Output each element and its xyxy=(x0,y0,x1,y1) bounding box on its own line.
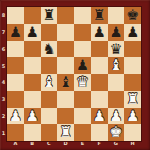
square-b6[interactable] xyxy=(24,41,41,58)
black-pawn-icon[interactable]: ♟ xyxy=(93,24,106,39)
square-c3[interactable] xyxy=(41,91,58,108)
board-grid: ♜♜♚♟♟♟♟♟♞♛♟♝♝♝♛♜♟♟♟♟♟♜♚ xyxy=(7,7,141,141)
square-e2[interactable] xyxy=(74,108,91,125)
square-e8[interactable] xyxy=(74,7,91,24)
square-f6[interactable] xyxy=(91,41,108,58)
square-b7[interactable]: ♟ xyxy=(24,24,41,41)
square-d3[interactable] xyxy=(57,91,74,108)
file-label-b: B xyxy=(24,140,41,150)
square-h2[interactable]: ♟ xyxy=(124,108,141,125)
square-c1[interactable] xyxy=(41,124,58,141)
square-h6[interactable] xyxy=(124,41,141,58)
file-label-h: H xyxy=(124,140,141,150)
square-f1[interactable] xyxy=(91,124,108,141)
black-pawn-icon[interactable]: ♟ xyxy=(26,24,39,39)
square-e7[interactable] xyxy=(74,24,91,41)
rank-label-4: 4 xyxy=(0,74,7,91)
black-pawn-icon[interactable]: ♟ xyxy=(109,24,122,39)
black-queen-icon[interactable]: ♛ xyxy=(109,41,122,56)
rank-label-3: 3 xyxy=(0,91,7,108)
square-a7[interactable]: ♟ xyxy=(7,24,24,41)
square-h3[interactable]: ♜ xyxy=(124,91,141,108)
black-pawn-icon[interactable]: ♟ xyxy=(76,58,89,73)
square-c8[interactable]: ♜ xyxy=(41,7,58,24)
square-f2[interactable]: ♟ xyxy=(91,108,108,125)
square-c5[interactable] xyxy=(41,57,58,74)
square-b3[interactable] xyxy=(24,91,41,108)
white-rook-icon[interactable]: ♜ xyxy=(59,125,72,140)
file-label-e: E xyxy=(74,140,91,150)
square-c2[interactable] xyxy=(41,108,58,125)
white-king-icon[interactable]: ♚ xyxy=(109,125,122,140)
square-c4[interactable]: ♝ xyxy=(41,74,58,91)
square-f5[interactable] xyxy=(91,57,108,74)
file-label-c: C xyxy=(41,140,58,150)
square-f8[interactable]: ♜ xyxy=(91,7,108,24)
square-f3[interactable] xyxy=(91,91,108,108)
square-e5[interactable]: ♟ xyxy=(74,57,91,74)
square-a6[interactable] xyxy=(7,41,24,58)
white-bishop-icon[interactable]: ♝ xyxy=(109,58,122,73)
square-d5[interactable] xyxy=(57,57,74,74)
square-e6[interactable] xyxy=(74,41,91,58)
white-bishop-icon[interactable]: ♝ xyxy=(42,75,55,90)
black-rook-icon[interactable]: ♜ xyxy=(42,8,55,23)
square-b2[interactable]: ♟ xyxy=(24,108,41,125)
rank-labels: 87654321 xyxy=(0,7,7,141)
square-b1[interactable] xyxy=(24,124,41,141)
square-g5[interactable]: ♝ xyxy=(108,57,125,74)
square-h8[interactable]: ♚ xyxy=(124,7,141,24)
square-e4[interactable]: ♛ xyxy=(74,74,91,91)
square-a3[interactable] xyxy=(7,91,24,108)
square-h1[interactable] xyxy=(124,124,141,141)
black-king-icon[interactable]: ♚ xyxy=(126,8,139,23)
square-g8[interactable] xyxy=(108,7,125,24)
white-pawn-icon[interactable]: ♟ xyxy=(126,108,139,123)
square-g4[interactable] xyxy=(108,74,125,91)
square-a5[interactable] xyxy=(7,57,24,74)
square-d2[interactable] xyxy=(57,108,74,125)
square-b5[interactable] xyxy=(24,57,41,74)
rank-label-8: 8 xyxy=(0,7,7,24)
file-label-a: A xyxy=(7,140,24,150)
black-knight-icon[interactable]: ♞ xyxy=(42,41,55,56)
black-pawn-icon[interactable]: ♟ xyxy=(126,24,139,39)
square-c7[interactable] xyxy=(41,24,58,41)
square-f7[interactable]: ♟ xyxy=(91,24,108,41)
white-queen-icon[interactable]: ♛ xyxy=(76,75,89,90)
square-d8[interactable] xyxy=(57,7,74,24)
black-pawn-icon[interactable]: ♟ xyxy=(9,24,22,39)
square-e1[interactable] xyxy=(74,124,91,141)
square-d4[interactable]: ♝ xyxy=(57,74,74,91)
white-rook-icon[interactable]: ♜ xyxy=(126,91,139,106)
square-e3[interactable] xyxy=(74,91,91,108)
square-d1[interactable]: ♜ xyxy=(57,124,74,141)
rank-label-1: 1 xyxy=(0,124,7,141)
file-label-g: G xyxy=(108,140,125,150)
black-rook-icon[interactable]: ♜ xyxy=(93,8,106,23)
rank-label-6: 6 xyxy=(0,41,7,58)
square-g6[interactable]: ♛ xyxy=(108,41,125,58)
file-label-f: F xyxy=(91,140,108,150)
square-g2[interactable]: ♟ xyxy=(108,108,125,125)
square-g1[interactable]: ♚ xyxy=(108,124,125,141)
rank-label-7: 7 xyxy=(0,24,7,41)
rank-label-5: 5 xyxy=(0,57,7,74)
file-label-d: D xyxy=(57,140,74,150)
square-a8[interactable] xyxy=(7,7,24,24)
chess-diagram: 87654321 ABCDEFGH ♜♜♚♟♟♟♟♟♞♛♟♝♝♝♛♜♟♟♟♟♟♜… xyxy=(0,0,150,150)
rank-label-2: 2 xyxy=(0,108,7,125)
black-bishop-icon[interactable]: ♝ xyxy=(59,75,72,90)
square-a1[interactable] xyxy=(7,124,24,141)
white-pawn-icon[interactable]: ♟ xyxy=(26,108,39,123)
square-b8[interactable] xyxy=(24,7,41,24)
white-pawn-icon[interactable]: ♟ xyxy=(109,108,122,123)
square-g3[interactable] xyxy=(108,91,125,108)
square-f4[interactable] xyxy=(91,74,108,91)
white-pawn-icon[interactable]: ♟ xyxy=(93,108,106,123)
square-a2[interactable]: ♟ xyxy=(7,108,24,125)
square-h4[interactable] xyxy=(124,74,141,91)
square-b4[interactable] xyxy=(24,74,41,91)
square-c6[interactable]: ♞ xyxy=(41,41,58,58)
file-labels: ABCDEFGH xyxy=(7,140,141,150)
square-h5[interactable] xyxy=(124,57,141,74)
square-a4[interactable] xyxy=(7,74,24,91)
square-d6[interactable] xyxy=(57,41,74,58)
square-d7[interactable] xyxy=(57,24,74,41)
square-g7[interactable]: ♟ xyxy=(108,24,125,41)
square-h7[interactable]: ♟ xyxy=(124,24,141,41)
white-pawn-icon[interactable]: ♟ xyxy=(9,108,22,123)
